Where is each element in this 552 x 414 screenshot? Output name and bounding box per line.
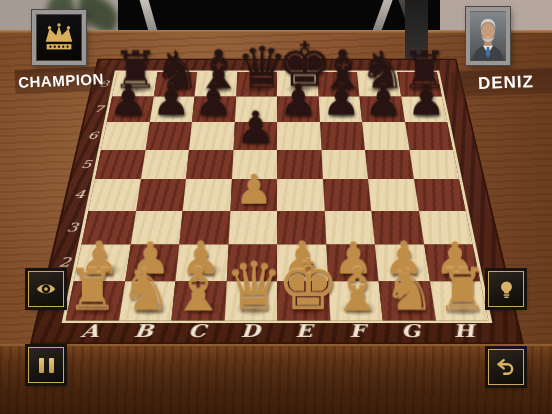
piece-black-pawn-e7[interactable]: ♟: [277, 78, 320, 121]
square-a4[interactable]: [88, 179, 140, 211]
square-a7[interactable]: ♟: [107, 96, 154, 122]
square-a6[interactable]: [101, 122, 149, 150]
piece-black-pawn-b7[interactable]: ♟: [149, 78, 192, 121]
square-a5[interactable]: [95, 150, 145, 179]
square-c1[interactable]: ♝: [171, 281, 226, 320]
square-f4[interactable]: [323, 179, 372, 211]
square-f7[interactable]: ♟: [318, 96, 362, 122]
square-e5[interactable]: [277, 150, 323, 179]
piece-black-pawn-c7[interactable]: ♟: [192, 78, 235, 121]
piece-white-bishop-f1[interactable]: ♝: [330, 259, 383, 319]
undo-arrow-icon: [495, 356, 517, 378]
square-c4[interactable]: [183, 179, 232, 211]
piece-white-bishop-c1[interactable]: ♝: [171, 259, 224, 319]
board-squares: ♜♞♝♛♚♝♞♜♟♟♟♟♟♟♟♟♟♟♟♟♟♟♟♟♜♞♝♛♚♝♞♜: [62, 71, 493, 324]
square-f6[interactable]: [320, 122, 365, 150]
square-e7[interactable]: ♟: [277, 96, 320, 122]
square-b7[interactable]: ♟: [149, 96, 194, 122]
square-c7[interactable]: ♟: [192, 96, 236, 122]
player-name-left: CHAMPION: [15, 66, 108, 94]
square-h7[interactable]: ♟: [401, 96, 448, 122]
square-g5[interactable]: [365, 150, 414, 179]
square-g1[interactable]: ♞: [379, 281, 436, 320]
crown-icon: [40, 19, 78, 57]
piece-black-pawn-d6[interactable]: ♟: [233, 105, 277, 149]
square-e4[interactable]: [277, 179, 324, 211]
square-e6[interactable]: [277, 122, 321, 150]
player-name-right: DENIZ: [451, 68, 552, 97]
square-d4[interactable]: ♟: [230, 179, 277, 211]
piece-white-knight-b1[interactable]: ♞: [119, 261, 172, 319]
opponent-chair: [118, 0, 440, 31]
square-h4[interactable]: [414, 179, 466, 211]
piece-white-queen-d1[interactable]: ♛: [224, 255, 277, 320]
avatar-deniz[interactable]: [466, 7, 510, 65]
square-e1[interactable]: ♚: [277, 281, 330, 320]
table-front-face: [0, 344, 552, 414]
square-d6[interactable]: ♟: [233, 122, 277, 150]
eye-button[interactable]: [28, 271, 64, 307]
square-h1[interactable]: ♜: [429, 281, 488, 320]
pause-icon: [39, 358, 54, 373]
square-b1[interactable]: ♞: [119, 281, 176, 320]
piece-white-king-e1[interactable]: ♚: [277, 250, 330, 320]
square-d8[interactable]: ♛: [236, 72, 277, 96]
piece-white-rook-h1[interactable]: ♜: [435, 261, 488, 319]
pause-button[interactable]: [28, 347, 64, 383]
square-a1[interactable]: ♜: [66, 281, 125, 320]
game-screen: 87654321 ABCDEFGH ♜♞♝♛♚♝♞♜♟♟♟♟♟♟♟♟♟♟♟♟♟♟…: [0, 0, 552, 414]
square-h5[interactable]: [409, 150, 459, 179]
player-name-label: DENIZ: [478, 72, 535, 94]
eye-icon: [35, 278, 57, 300]
square-b5[interactable]: [141, 150, 190, 179]
square-d1[interactable]: ♛: [224, 281, 277, 320]
square-b4[interactable]: [136, 179, 186, 211]
square-g6[interactable]: [362, 122, 409, 150]
square-b6[interactable]: [145, 122, 192, 150]
avatar-champion[interactable]: [32, 10, 86, 65]
piece-black-pawn-f7[interactable]: ♟: [320, 78, 363, 121]
square-c6[interactable]: [189, 122, 234, 150]
piece-white-rook-a1[interactable]: ♜: [66, 261, 119, 319]
square-c5[interactable]: [186, 150, 233, 179]
hint-button[interactable]: [488, 271, 524, 307]
chess-board[interactable]: 87654321 ABCDEFGH ♜♞♝♛♚♝♞♜♟♟♟♟♟♟♟♟♟♟♟♟♟♟…: [33, 60, 522, 343]
square-h6[interactable]: [405, 122, 453, 150]
portrait-photo: [470, 11, 506, 61]
piece-black-pawn-a7[interactable]: ♟: [107, 78, 150, 121]
square-g4[interactable]: [368, 179, 418, 211]
piece-white-knight-g1[interactable]: ♞: [383, 261, 436, 319]
piece-black-pawn-g7[interactable]: ♟: [362, 78, 405, 121]
square-g7[interactable]: ♟: [359, 96, 404, 122]
square-f5[interactable]: [321, 150, 368, 179]
undo-button[interactable]: [488, 349, 524, 385]
piece-black-queen-d8[interactable]: ♛: [236, 39, 277, 96]
square-f1[interactable]: ♝: [328, 281, 383, 320]
lightbulb-icon: [496, 279, 517, 300]
piece-white-pawn-d4[interactable]: ♟: [230, 168, 277, 209]
piece-black-pawn-h7[interactable]: ♟: [405, 78, 448, 121]
player-name-label: CHAMPION: [18, 70, 104, 91]
